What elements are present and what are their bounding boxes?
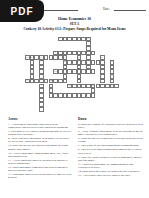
clue-item: 4. Thick vegetable soup made with broth;… bbox=[8, 137, 72, 143]
clue-number: 2 bbox=[87, 38, 88, 40]
crossword-cell[interactable]: 8 bbox=[77, 55, 82, 60]
crossword-cell[interactable] bbox=[86, 55, 91, 60]
down-clues: Down 2. Soup that is made of vegetables … bbox=[78, 118, 145, 178]
clue-number: 15 bbox=[69, 85, 71, 87]
down-heading: Down bbox=[78, 118, 145, 122]
clue-number: 9 bbox=[101, 57, 102, 59]
clue-item: 15. Thick soup made from shellfish with … bbox=[8, 166, 72, 172]
clue-number: 6 bbox=[40, 57, 41, 59]
clue-number: 8 bbox=[78, 57, 79, 59]
crossword-cell[interactable] bbox=[114, 84, 119, 89]
clue-number: 10 bbox=[64, 61, 66, 63]
clue-number: 5 bbox=[31, 57, 32, 59]
worksheet-page: Date: Home Economics 10 SET A Cookery 10… bbox=[0, 0, 149, 198]
crossword-cell[interactable] bbox=[86, 65, 91, 70]
clue-number: 17 bbox=[54, 94, 56, 96]
crossword-cell[interactable] bbox=[77, 65, 82, 70]
crossword-cell[interactable] bbox=[86, 46, 91, 51]
clue-item: 3. This soup is very similar to stocks a… bbox=[8, 130, 72, 136]
clue-number: 13 bbox=[26, 80, 28, 82]
clue-item: 16. A deep bowl used to serve soup at th… bbox=[78, 174, 145, 177]
clue-item: 13. A clear broth that could be thickene… bbox=[8, 159, 72, 165]
clue-item: 10. What do you call the particles that … bbox=[8, 144, 72, 150]
clue-number: 3 bbox=[54, 52, 55, 54]
clue-item: 12. A sweet soup made from coconut milk,… bbox=[8, 152, 72, 158]
clue-item: 6. What do you call a soup that is rich … bbox=[78, 137, 145, 143]
crossword-cell[interactable] bbox=[110, 79, 115, 84]
crossword-cell[interactable] bbox=[91, 69, 96, 74]
across-heading: Across bbox=[8, 118, 72, 122]
crossword-cell[interactable] bbox=[77, 79, 82, 84]
clue-item: 1. A variation of traditional soup where… bbox=[8, 123, 72, 129]
clue-item: 5. A rich, flavorful broth made with the… bbox=[78, 130, 145, 136]
crossword-cell[interactable] bbox=[63, 74, 68, 79]
crossword-cell[interactable] bbox=[100, 79, 105, 84]
clue-item: 14. Soup based on a puree of cooked or r… bbox=[78, 170, 145, 173]
clue-number: 1 bbox=[59, 38, 60, 40]
crossword-cell[interactable] bbox=[91, 51, 96, 56]
clue-number: 16 bbox=[92, 85, 94, 87]
clue-item: 11. Thin clear soup made by simmering me… bbox=[78, 163, 145, 169]
crossword-cell[interactable] bbox=[91, 93, 96, 98]
clue-number: 4 bbox=[26, 57, 27, 59]
clue-item: 7. This is one of the thickening agents … bbox=[78, 144, 145, 147]
clue-number: 11 bbox=[111, 61, 113, 63]
clue-item: 2. Soup that is made of vegetables that … bbox=[78, 123, 145, 129]
clue-number: 14 bbox=[50, 80, 52, 82]
pdf-file-badge: PDF bbox=[0, 0, 44, 22]
clue-item: 17. Traditional soup served as an appeti… bbox=[8, 173, 72, 179]
clue-item: 8. This is a clear soup without solid in… bbox=[78, 148, 145, 154]
crossword-cell[interactable] bbox=[39, 107, 44, 112]
crossword-cell[interactable] bbox=[49, 93, 54, 98]
pdf-badge-label: PDF bbox=[11, 6, 34, 17]
crossword-cell[interactable] bbox=[91, 88, 96, 93]
crossword-cell[interactable]: 9 bbox=[100, 55, 105, 60]
crossword-cell[interactable] bbox=[63, 65, 68, 70]
across-clues: Across 1. A variation of traditional sou… bbox=[8, 118, 72, 180]
clue-number: 12 bbox=[54, 71, 56, 73]
crossword-cell[interactable] bbox=[39, 74, 44, 79]
crossword-cell[interactable] bbox=[30, 74, 35, 79]
clue-item: 9. These are liquid essences extracted f… bbox=[78, 156, 145, 162]
clue-number: 7 bbox=[64, 57, 65, 59]
